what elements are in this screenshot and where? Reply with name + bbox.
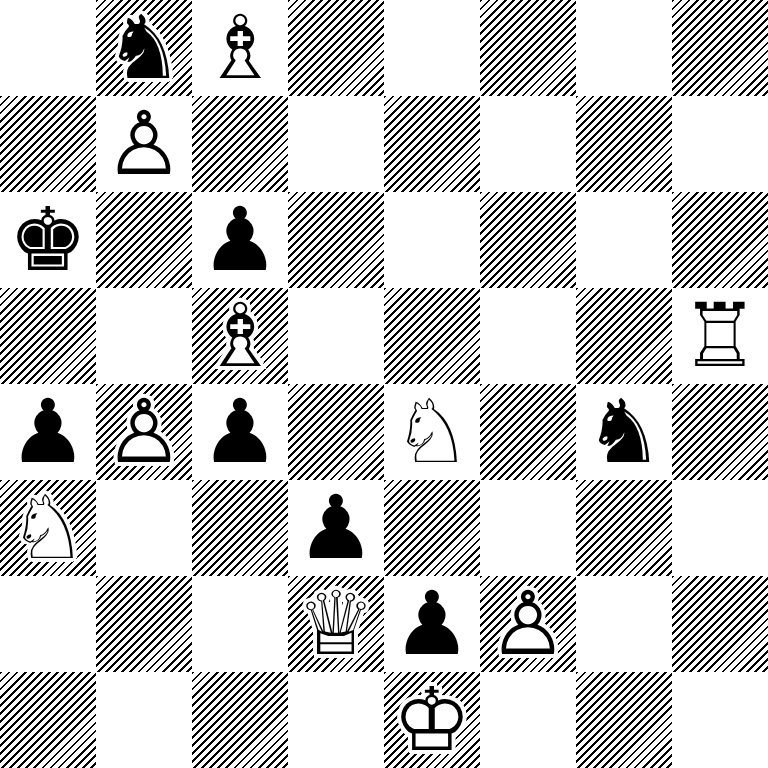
white-bishop[interactable]: ♝♗ (192, 0, 288, 96)
black-pawn-icon: ♟ (201, 384, 280, 480)
white-bishop-icon: ♗ (201, 0, 280, 96)
square-e1[interactable]: ♚♔ (384, 672, 480, 768)
white-king-icon: ♔ (393, 672, 472, 768)
square-f1[interactable] (480, 672, 576, 768)
square-g4[interactable]: ♞♞ (576, 384, 672, 480)
square-e6[interactable] (384, 192, 480, 288)
square-f2[interactable]: ♟♙ (480, 576, 576, 672)
square-c8[interactable]: ♝♗ (192, 0, 288, 96)
black-knight-icon: ♞ (105, 0, 184, 96)
white-rook[interactable]: ♜♖ (672, 288, 768, 384)
black-knight[interactable]: ♞♞ (96, 0, 192, 96)
white-queen-icon: ♕ (297, 576, 376, 672)
square-d2[interactable]: ♛♕ (288, 576, 384, 672)
square-b6[interactable] (96, 192, 192, 288)
white-pawn[interactable]: ♟♙ (96, 96, 192, 192)
square-h1[interactable] (672, 672, 768, 768)
square-a4[interactable]: ♟♟ (0, 384, 96, 480)
square-e7[interactable] (384, 96, 480, 192)
white-pawn[interactable]: ♟♙ (96, 384, 192, 480)
square-b5[interactable] (96, 288, 192, 384)
white-pawn-icon: ♙ (105, 384, 184, 480)
square-d6[interactable] (288, 192, 384, 288)
square-d1[interactable] (288, 672, 384, 768)
square-a5[interactable] (0, 288, 96, 384)
black-king[interactable]: ♚♚ (0, 192, 96, 288)
chess-board: ♞♞♝♗♟♙♚♚♟♟♝♗♜♖♟♟♟♙♟♟♞♘♞♞♞♘♟♟♛♕♟♟♟♙♚♔ (0, 0, 768, 768)
square-c3[interactable] (192, 480, 288, 576)
square-c7[interactable] (192, 96, 288, 192)
square-d3[interactable]: ♟♟ (288, 480, 384, 576)
square-b7[interactable]: ♟♙ (96, 96, 192, 192)
square-c4[interactable]: ♟♟ (192, 384, 288, 480)
black-pawn[interactable]: ♟♟ (384, 576, 480, 672)
square-d5[interactable] (288, 288, 384, 384)
white-pawn-icon: ♙ (105, 96, 184, 192)
square-h6[interactable] (672, 192, 768, 288)
black-knight-icon: ♞ (585, 384, 664, 480)
square-a2[interactable] (0, 576, 96, 672)
square-c6[interactable]: ♟♟ (192, 192, 288, 288)
square-e3[interactable] (384, 480, 480, 576)
square-c1[interactable] (192, 672, 288, 768)
square-a7[interactable] (0, 96, 96, 192)
square-g3[interactable] (576, 480, 672, 576)
white-knight[interactable]: ♞♘ (0, 480, 96, 576)
black-pawn[interactable]: ♟♟ (192, 384, 288, 480)
black-pawn[interactable]: ♟♟ (0, 384, 96, 480)
black-pawn[interactable]: ♟♟ (192, 192, 288, 288)
square-c5[interactable]: ♝♗ (192, 288, 288, 384)
chess-diagram: ♞♞♝♗♟♙♚♚♟♟♝♗♜♖♟♟♟♙♟♟♞♘♞♞♞♘♟♟♛♕♟♟♟♙♚♔ (0, 0, 768, 768)
square-e4[interactable]: ♞♘ (384, 384, 480, 480)
square-f4[interactable] (480, 384, 576, 480)
square-g5[interactable] (576, 288, 672, 384)
white-knight[interactable]: ♞♘ (384, 384, 480, 480)
white-knight-icon: ♘ (393, 384, 472, 480)
square-a8[interactable] (0, 0, 96, 96)
square-e2[interactable]: ♟♟ (384, 576, 480, 672)
white-queen[interactable]: ♛♕ (288, 576, 384, 672)
white-king[interactable]: ♚♔ (384, 672, 480, 768)
black-pawn-icon: ♟ (9, 384, 88, 480)
white-knight-icon: ♘ (9, 480, 88, 576)
square-h4[interactable] (672, 384, 768, 480)
black-pawn-icon: ♟ (393, 576, 472, 672)
black-knight[interactable]: ♞♞ (576, 384, 672, 480)
square-b2[interactable] (96, 576, 192, 672)
square-a6[interactable]: ♚♚ (0, 192, 96, 288)
square-d8[interactable] (288, 0, 384, 96)
square-h7[interactable] (672, 96, 768, 192)
square-g1[interactable] (576, 672, 672, 768)
black-pawn-icon: ♟ (201, 192, 280, 288)
square-h3[interactable] (672, 480, 768, 576)
square-d4[interactable] (288, 384, 384, 480)
square-g2[interactable] (576, 576, 672, 672)
square-f3[interactable] (480, 480, 576, 576)
white-bishop-icon: ♗ (201, 288, 280, 384)
square-h5[interactable]: ♜♖ (672, 288, 768, 384)
square-f6[interactable] (480, 192, 576, 288)
square-f5[interactable] (480, 288, 576, 384)
square-b4[interactable]: ♟♙ (96, 384, 192, 480)
square-a1[interactable] (0, 672, 96, 768)
square-a3[interactable]: ♞♘ (0, 480, 96, 576)
square-g6[interactable] (576, 192, 672, 288)
square-b3[interactable] (96, 480, 192, 576)
white-bishop[interactable]: ♝♗ (192, 288, 288, 384)
black-king-icon: ♚ (9, 192, 88, 288)
black-pawn-icon: ♟ (297, 480, 376, 576)
square-h8[interactable] (672, 0, 768, 96)
square-b8[interactable]: ♞♞ (96, 0, 192, 96)
square-e8[interactable] (384, 0, 480, 96)
square-b1[interactable] (96, 672, 192, 768)
square-c2[interactable] (192, 576, 288, 672)
square-g8[interactable] (576, 0, 672, 96)
white-rook-icon: ♖ (681, 288, 760, 384)
white-pawn[interactable]: ♟♙ (480, 576, 576, 672)
square-e5[interactable] (384, 288, 480, 384)
square-g7[interactable] (576, 96, 672, 192)
white-pawn-icon: ♙ (489, 576, 568, 672)
square-f7[interactable] (480, 96, 576, 192)
square-h2[interactable] (672, 576, 768, 672)
square-f8[interactable] (480, 0, 576, 96)
black-pawn[interactable]: ♟♟ (288, 480, 384, 576)
square-d7[interactable] (288, 96, 384, 192)
